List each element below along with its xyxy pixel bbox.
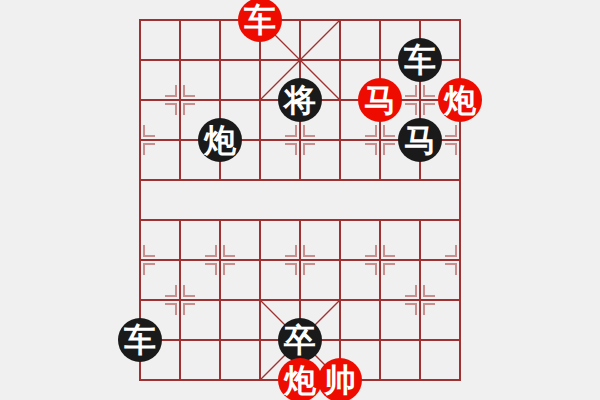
black-horse[interactable]: 马 <box>398 118 442 162</box>
red-cannon[interactable]: 炮 <box>438 78 482 122</box>
red-cannon[interactable]: 炮 <box>278 358 322 400</box>
xiangqi-diagram: 车车将马炮炮马车卒炮帅 <box>0 0 600 400</box>
black-cannon[interactable]: 炮 <box>198 118 242 162</box>
red-chariot[interactable]: 车 <box>238 0 282 42</box>
red-horse[interactable]: 马 <box>358 78 402 122</box>
black-chariot[interactable]: 车 <box>398 38 442 82</box>
pieces-layer: 车车将马炮炮马车卒炮帅 <box>0 0 600 400</box>
red-general[interactable]: 帅 <box>318 358 362 400</box>
black-general[interactable]: 将 <box>278 78 322 122</box>
black-chariot[interactable]: 车 <box>118 318 162 362</box>
black-soldier[interactable]: 卒 <box>278 318 322 362</box>
